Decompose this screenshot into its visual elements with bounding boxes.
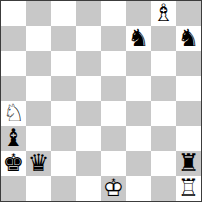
square-d1[interactable]	[76, 176, 101, 201]
black-knight-glyph: ♞	[126, 26, 151, 51]
square-e5[interactable]	[101, 76, 126, 101]
square-d8[interactable]	[76, 1, 101, 26]
square-f4[interactable]	[126, 101, 151, 126]
square-d2[interactable]	[76, 151, 101, 176]
square-h4[interactable]	[176, 101, 201, 126]
square-g5[interactable]	[151, 76, 176, 101]
square-h2[interactable]: ♜	[176, 151, 201, 176]
chess-diagram: ♝♗♞♞♞♘♝♚♛♜♚♔♜♖	[0, 0, 202, 202]
square-g2[interactable]	[151, 151, 176, 176]
square-a5[interactable]	[1, 76, 26, 101]
square-f7[interactable]: ♞	[126, 26, 151, 51]
white-bishop-outline: ♗	[151, 1, 176, 26]
square-e8[interactable]	[101, 1, 126, 26]
square-b7[interactable]	[26, 26, 51, 51]
square-e6[interactable]	[101, 51, 126, 76]
square-c5[interactable]	[51, 76, 76, 101]
black-knight: ♞	[126, 26, 151, 51]
square-h1[interactable]: ♜♖	[176, 176, 201, 201]
black-knight: ♞	[176, 26, 201, 51]
white-king: ♚♔	[101, 176, 126, 201]
square-a8[interactable]	[1, 1, 26, 26]
square-a4[interactable]: ♞♘	[1, 101, 26, 126]
square-g1[interactable]	[151, 176, 176, 201]
square-b6[interactable]	[26, 51, 51, 76]
black-bishop: ♝	[1, 126, 26, 151]
square-a6[interactable]	[1, 51, 26, 76]
white-bishop: ♝♗	[151, 1, 176, 26]
square-g8[interactable]: ♝♗	[151, 1, 176, 26]
black-king-glyph: ♚	[1, 151, 26, 176]
square-b2[interactable]: ♛	[26, 151, 51, 176]
white-rook: ♜♖	[176, 176, 201, 201]
white-knight: ♞♘	[1, 101, 26, 126]
square-b4[interactable]	[26, 101, 51, 126]
black-rook: ♜	[176, 151, 201, 176]
square-f8[interactable]	[126, 1, 151, 26]
square-c3[interactable]	[51, 126, 76, 151]
square-d4[interactable]	[76, 101, 101, 126]
square-g4[interactable]	[151, 101, 176, 126]
square-g6[interactable]	[151, 51, 176, 76]
square-d5[interactable]	[76, 76, 101, 101]
black-king: ♚	[1, 151, 26, 176]
chess-board: ♝♗♞♞♞♘♝♚♛♜♚♔♜♖	[0, 0, 202, 202]
square-c4[interactable]	[51, 101, 76, 126]
square-d3[interactable]	[76, 126, 101, 151]
square-a3[interactable]: ♝	[1, 126, 26, 151]
square-h7[interactable]: ♞	[176, 26, 201, 51]
square-c6[interactable]	[51, 51, 76, 76]
square-f2[interactable]	[126, 151, 151, 176]
black-queen: ♛	[26, 151, 51, 176]
square-c2[interactable]	[51, 151, 76, 176]
white-king-outline: ♔	[101, 176, 126, 201]
black-knight-glyph: ♞	[176, 26, 201, 51]
square-e2[interactable]	[101, 151, 126, 176]
square-g3[interactable]	[151, 126, 176, 151]
square-h5[interactable]	[176, 76, 201, 101]
white-knight-outline: ♘	[1, 101, 26, 126]
square-e7[interactable]	[101, 26, 126, 51]
black-rook-glyph: ♜	[176, 151, 201, 176]
square-f6[interactable]	[126, 51, 151, 76]
white-rook-outline: ♖	[176, 176, 201, 201]
square-a1[interactable]	[1, 176, 26, 201]
square-e3[interactable]	[101, 126, 126, 151]
square-e4[interactable]	[101, 101, 126, 126]
square-a2[interactable]: ♚	[1, 151, 26, 176]
square-f3[interactable]	[126, 126, 151, 151]
square-a7[interactable]	[1, 26, 26, 51]
square-g7[interactable]	[151, 26, 176, 51]
square-h8[interactable]	[176, 1, 201, 26]
square-f5[interactable]	[126, 76, 151, 101]
square-c1[interactable]	[51, 176, 76, 201]
square-h6[interactable]	[176, 51, 201, 76]
square-e1[interactable]: ♚♔	[101, 176, 126, 201]
square-b3[interactable]	[26, 126, 51, 151]
square-b5[interactable]	[26, 76, 51, 101]
black-bishop-glyph: ♝	[1, 126, 26, 151]
square-c8[interactable]	[51, 1, 76, 26]
square-b8[interactable]	[26, 1, 51, 26]
square-d6[interactable]	[76, 51, 101, 76]
square-d7[interactable]	[76, 26, 101, 51]
square-f1[interactable]	[126, 176, 151, 201]
black-queen-glyph: ♛	[26, 151, 51, 176]
square-c7[interactable]	[51, 26, 76, 51]
square-h3[interactable]	[176, 126, 201, 151]
square-b1[interactable]	[26, 176, 51, 201]
